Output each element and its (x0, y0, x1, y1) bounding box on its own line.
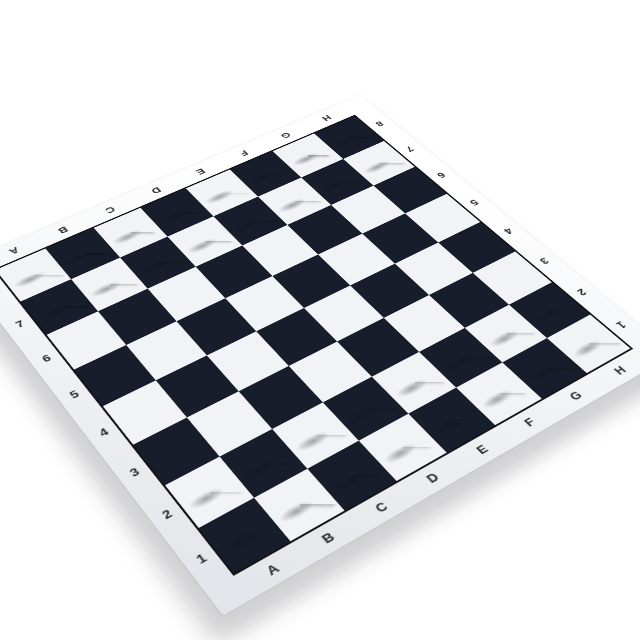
scene: ABCDEFGH ABCDEFGH 87654321 87654321 ♜♞♝♛… (0, 0, 640, 640)
square-b5 (126, 321, 207, 380)
square-a6 (47, 311, 127, 369)
rook-glyph: ♜ (184, 419, 305, 554)
square-a5 (74, 345, 156, 406)
chess-board: ABCDEFGH ABCDEFGH 87654321 87654321 ♜♞♝♛… (0, 95, 640, 616)
photo-background: ABCDEFGH ABCDEFGH 87654321 87654321 ♜♞♝♛… (0, 0, 640, 640)
